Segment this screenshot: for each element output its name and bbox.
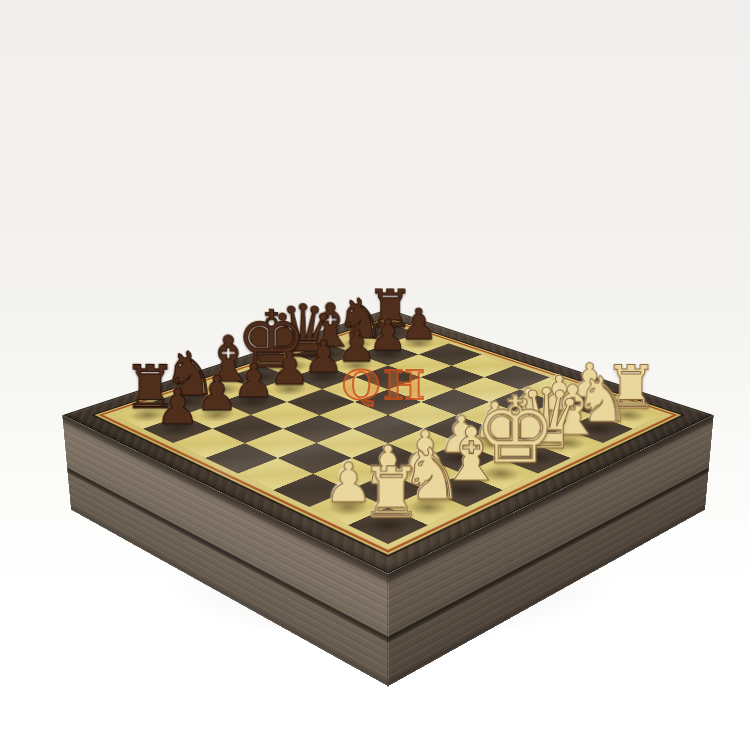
board-square (423, 415, 493, 443)
board-square (283, 415, 353, 443)
board-square (353, 415, 423, 443)
product-photo: ♜♟♞♟♝♟♛♟♚♟♝♟♟♞♜♟♟♜♞♟♟♝♟♛♟♚♟♝♟♞♟♜ QH (0, 0, 750, 750)
chess-box: ♜♟♞♟♝♟♛♟♚♟♝♟♟♞♜♟♟♜♞♟♟♝♟♛♟♚♟♝♟♞♟♜ (63, 309, 714, 574)
scene: ♜♟♞♟♝♟♛♟♚♟♝♟♟♞♜♟♟♜♞♟♟♝♟♛♟♚♟♝♟♞♟♜ (0, 0, 750, 750)
